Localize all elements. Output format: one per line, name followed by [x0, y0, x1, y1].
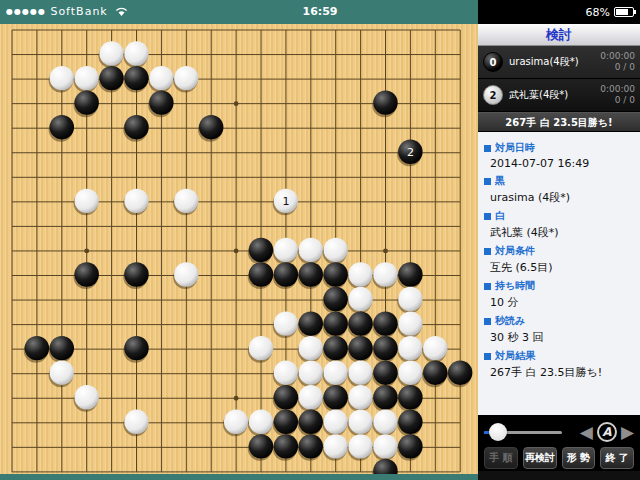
bullet-icon — [484, 145, 491, 152]
move-number-label: 2 — [407, 146, 414, 159]
game-info-list: 対局日時2014-07-07 16:49黒urasima (4段*)白武礼葉 (… — [478, 132, 640, 415]
white-stone — [173, 66, 198, 93]
white-stone — [123, 41, 148, 68]
black-stone — [74, 262, 99, 289]
battery-icon — [614, 7, 634, 17]
next-move-button[interactable]: ▶ — [621, 419, 634, 445]
info-value: urasima (4段*) — [490, 190, 634, 205]
black-stone — [372, 90, 397, 117]
playback-controls: ◀ A ▶ 手 順再検討形 勢終 了 — [478, 415, 640, 471]
panel-button[interactable]: 形 勢 — [562, 447, 596, 469]
info-label: 対局日時 — [484, 141, 634, 155]
black-stone — [24, 336, 49, 363]
white-stone — [273, 361, 298, 388]
white-stone — [248, 336, 273, 363]
black-stone — [298, 311, 323, 338]
info-value: 267手 白 23.5目勝ち! — [490, 365, 634, 380]
black-stone — [372, 385, 397, 412]
black-stone — [347, 311, 372, 338]
info-label: 対局結果 — [484, 349, 634, 363]
black-stone — [347, 336, 372, 363]
info-label: 白 — [484, 209, 634, 223]
white-stone — [397, 311, 422, 338]
bullet-icon — [484, 318, 491, 325]
black-stone-captures-badge: 0 — [483, 52, 503, 72]
white-stone — [323, 410, 348, 437]
bullet-icon — [484, 248, 491, 255]
status-bar: ●●●●● SoftBank 16:59 68% — [0, 0, 640, 24]
black-stone — [298, 410, 323, 437]
white-stone — [173, 262, 198, 289]
white-stone — [74, 189, 99, 216]
player-clock: 0:00:000 / 0 — [600, 84, 635, 106]
black-stone — [248, 238, 273, 265]
bullet-icon — [484, 353, 491, 360]
info-label: 秒読み — [484, 314, 634, 328]
black-stone — [323, 385, 348, 412]
black-stone — [372, 459, 397, 474]
black-stone — [397, 385, 422, 412]
black-stone — [323, 311, 348, 338]
slider-thumb[interactable] — [489, 423, 507, 441]
info-label: 黒 — [484, 174, 634, 188]
info-label: 対局条件 — [484, 244, 634, 258]
white-stone — [397, 361, 422, 388]
white-stone — [273, 311, 298, 338]
bullet-icon — [484, 283, 491, 290]
result-bar: 267手 白 23.5目勝ち! — [478, 112, 640, 132]
white-stone — [323, 434, 348, 461]
move-number-label: 1 — [282, 195, 289, 208]
black-stone — [123, 262, 148, 289]
info-label: 持ち時間 — [484, 279, 634, 293]
battery-percent: 68% — [586, 6, 610, 19]
black-stone — [372, 311, 397, 338]
info-value: 武礼葉 (4段*) — [490, 225, 634, 240]
black-stone — [123, 66, 148, 93]
white-stone — [49, 66, 74, 93]
black-stone — [397, 262, 422, 289]
panel-button[interactable]: 再検討 — [523, 447, 557, 469]
white-stone — [223, 410, 248, 437]
white-stone — [298, 238, 323, 265]
black-stone — [273, 434, 298, 461]
black-stone — [74, 90, 99, 117]
black-stone — [198, 115, 223, 142]
player-name: urasima(4段*) — [509, 55, 600, 69]
black-stone — [273, 385, 298, 412]
black-stone — [323, 336, 348, 363]
panel-button[interactable]: 終 了 — [600, 447, 634, 469]
info-value: 2014-07-07 16:49 — [490, 157, 634, 170]
bullet-icon — [484, 178, 491, 185]
player-row-white[interactable]: 2武礼葉(4段*)0:00:000 / 0 — [478, 79, 640, 112]
white-stone — [397, 287, 422, 314]
white-stone — [298, 361, 323, 388]
white-stone — [372, 262, 397, 289]
white-stone — [323, 361, 348, 388]
white-stone — [298, 385, 323, 412]
info-value: 30 秒 3 回 — [490, 330, 634, 345]
white-stone — [347, 434, 372, 461]
white-stone — [347, 287, 372, 314]
move-slider[interactable] — [484, 423, 562, 441]
player-list: 0urasima(4段*)0:00:000 / 02武礼葉(4段*)0:00:0… — [478, 46, 640, 112]
prev-move-button[interactable]: ◀ — [580, 419, 593, 445]
black-stone — [98, 66, 123, 93]
info-value: 10 分 — [490, 295, 634, 310]
review-panel: 検討 0urasima(4段*)0:00:000 / 02武礼葉(4段*)0:0… — [478, 24, 640, 480]
black-stone — [298, 262, 323, 289]
panel-title: 検討 — [478, 24, 640, 46]
autoplay-button[interactable]: A — [597, 422, 617, 442]
white-stone — [148, 66, 173, 93]
black-stone — [422, 361, 447, 388]
black-stone — [49, 336, 74, 363]
player-name: 武礼葉(4段*) — [509, 88, 600, 102]
player-clock: 0:00:000 / 0 — [600, 51, 635, 73]
white-stone — [422, 336, 447, 363]
white-stone — [248, 410, 273, 437]
go-board[interactable]: 12 — [0, 24, 478, 474]
black-stone — [273, 410, 298, 437]
panel-button-row: 手 順再検討形 勢終 了 — [484, 447, 634, 469]
white-stone — [173, 189, 198, 216]
white-stone — [298, 336, 323, 363]
bullet-icon — [484, 213, 491, 220]
black-stone — [148, 90, 173, 117]
white-stone — [273, 238, 298, 265]
white-stone — [123, 410, 148, 437]
black-stone — [49, 115, 74, 142]
white-stone — [372, 434, 397, 461]
black-stone — [123, 336, 148, 363]
status-clock: 16:59 — [0, 0, 640, 24]
white-stone — [372, 410, 397, 437]
info-value: 互先 (6.5目) — [490, 260, 634, 275]
black-stone — [397, 410, 422, 437]
white-stone — [347, 385, 372, 412]
panel-button: 手 順 — [484, 447, 518, 469]
black-stone — [248, 434, 273, 461]
black-stone — [323, 287, 348, 314]
white-stone — [347, 361, 372, 388]
black-stone — [123, 115, 148, 142]
black-stone — [273, 262, 298, 289]
white-stone — [74, 66, 99, 93]
white-stone-captures-badge: 2 — [483, 85, 503, 105]
black-stone — [298, 434, 323, 461]
black-stone — [397, 434, 422, 461]
white-stone — [397, 336, 422, 363]
white-stone — [74, 385, 99, 412]
black-stone — [323, 262, 348, 289]
white-stone — [347, 410, 372, 437]
white-stone — [323, 238, 348, 265]
black-stone — [248, 262, 273, 289]
player-row-black[interactable]: 0urasima(4段*)0:00:000 / 0 — [478, 46, 640, 79]
white-stone — [347, 262, 372, 289]
white-stone — [49, 361, 74, 388]
board-grid: 12 — [0, 24, 478, 474]
black-stone — [372, 336, 397, 363]
battery-indicator: 68% — [586, 0, 634, 24]
white-stone — [98, 41, 123, 68]
white-stone — [123, 189, 148, 216]
black-stone — [447, 361, 472, 388]
black-stone — [372, 361, 397, 388]
